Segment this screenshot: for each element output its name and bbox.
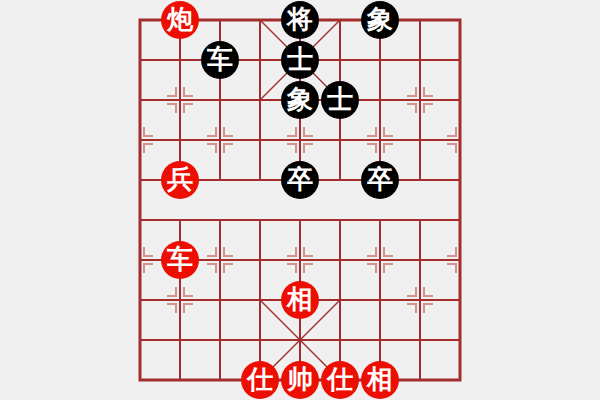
xiangqi-screenshot: 炮将象车士象士兵卒卒车相仕帅仕相 <box>0 0 600 400</box>
piece-black-elephant[interactable]: 象 <box>361 1 399 39</box>
piece-black-elephant[interactable]: 象 <box>281 81 319 119</box>
piece-black-general[interactable]: 将 <box>281 1 319 39</box>
piece-black-soldier[interactable]: 卒 <box>281 161 319 199</box>
piece-red-advisor[interactable]: 仕 <box>321 361 359 399</box>
pieces-layer: 炮将象车士象士兵卒卒车相仕帅仕相 <box>0 0 600 400</box>
piece-red-elephant[interactable]: 相 <box>281 281 319 319</box>
piece-red-advisor[interactable]: 仕 <box>241 361 279 399</box>
piece-red-soldier[interactable]: 兵 <box>161 161 199 199</box>
piece-black-soldier[interactable]: 卒 <box>361 161 399 199</box>
piece-red-elephant[interactable]: 相 <box>361 361 399 399</box>
piece-black-advisor[interactable]: 士 <box>321 81 359 119</box>
piece-black-chariot[interactable]: 车 <box>201 41 239 79</box>
piece-red-chariot[interactable]: 车 <box>161 241 199 279</box>
piece-black-advisor[interactable]: 士 <box>281 41 319 79</box>
piece-red-general[interactable]: 帅 <box>281 361 319 399</box>
piece-red-cannon[interactable]: 炮 <box>161 1 199 39</box>
xiangqi-board: 炮将象车士象士兵卒卒车相仕帅仕相 <box>0 0 600 400</box>
